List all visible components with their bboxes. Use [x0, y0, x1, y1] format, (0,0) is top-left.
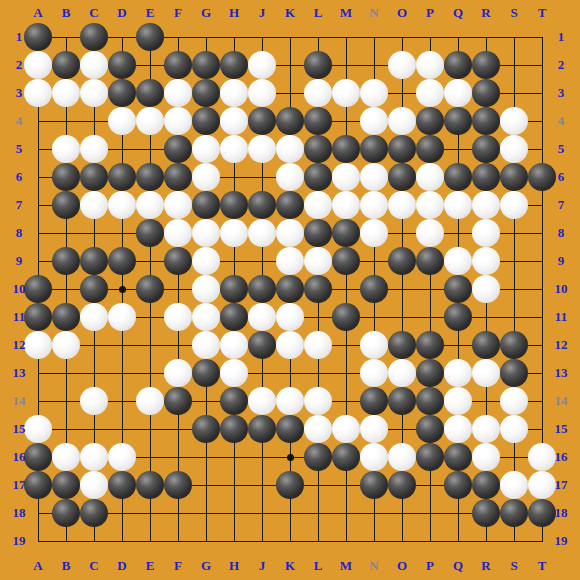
intersection-K8[interactable]	[276, 219, 304, 247]
intersection-P6[interactable]	[416, 163, 444, 191]
intersection-P4[interactable]	[416, 107, 444, 135]
intersection-E14[interactable]	[136, 387, 164, 415]
intersection-H11[interactable]	[220, 303, 248, 331]
intersection-E13[interactable]	[136, 359, 164, 387]
intersection-S7[interactable]	[500, 191, 528, 219]
intersection-L16[interactable]	[304, 443, 332, 471]
intersection-D5[interactable]	[108, 135, 136, 163]
intersection-P5[interactable]	[416, 135, 444, 163]
intersection-Q14[interactable]	[444, 387, 472, 415]
intersection-K18[interactable]	[276, 499, 304, 527]
intersection-R8[interactable]	[472, 219, 500, 247]
intersection-N19[interactable]	[360, 527, 388, 555]
intersection-F5[interactable]	[164, 135, 192, 163]
intersection-N2[interactable]	[360, 51, 388, 79]
intersection-M11[interactable]	[332, 303, 360, 331]
intersection-P2[interactable]	[416, 51, 444, 79]
intersection-R18[interactable]	[472, 499, 500, 527]
intersection-C6[interactable]	[80, 163, 108, 191]
intersection-D10[interactable]	[108, 275, 136, 303]
intersection-J15[interactable]	[248, 415, 276, 443]
intersection-E17[interactable]	[136, 471, 164, 499]
intersection-P18[interactable]	[416, 499, 444, 527]
intersection-N11[interactable]	[360, 303, 388, 331]
intersection-K4[interactable]	[276, 107, 304, 135]
intersection-J18[interactable]	[248, 499, 276, 527]
intersection-L3[interactable]	[304, 79, 332, 107]
intersection-O19[interactable]	[388, 527, 416, 555]
intersection-E11[interactable]	[136, 303, 164, 331]
intersection-D1[interactable]	[108, 23, 136, 51]
intersection-C11[interactable]	[80, 303, 108, 331]
intersection-E8[interactable]	[136, 219, 164, 247]
intersection-K3[interactable]	[276, 79, 304, 107]
intersection-G12[interactable]	[192, 331, 220, 359]
intersection-S12[interactable]	[500, 331, 528, 359]
intersection-L15[interactable]	[304, 415, 332, 443]
intersection-N16[interactable]	[360, 443, 388, 471]
intersection-H9[interactable]	[220, 247, 248, 275]
intersection-D9[interactable]	[108, 247, 136, 275]
intersection-B16[interactable]	[52, 443, 80, 471]
intersection-C3[interactable]	[80, 79, 108, 107]
intersection-E3[interactable]	[136, 79, 164, 107]
intersection-B18[interactable]	[52, 499, 80, 527]
intersection-O9[interactable]	[388, 247, 416, 275]
intersection-S19[interactable]	[500, 527, 528, 555]
intersection-R2[interactable]	[472, 51, 500, 79]
intersection-F10[interactable]	[164, 275, 192, 303]
intersection-H8[interactable]	[220, 219, 248, 247]
intersection-O16[interactable]	[388, 443, 416, 471]
intersection-Q7[interactable]	[444, 191, 472, 219]
intersection-O17[interactable]	[388, 471, 416, 499]
intersection-O15[interactable]	[388, 415, 416, 443]
intersection-R10[interactable]	[472, 275, 500, 303]
intersection-H1[interactable]	[220, 23, 248, 51]
intersection-O11[interactable]	[388, 303, 416, 331]
intersection-F8[interactable]	[164, 219, 192, 247]
intersection-F2[interactable]	[164, 51, 192, 79]
intersection-R4[interactable]	[472, 107, 500, 135]
intersection-S1[interactable]	[500, 23, 528, 51]
intersection-P1[interactable]	[416, 23, 444, 51]
intersection-E15[interactable]	[136, 415, 164, 443]
intersection-C15[interactable]	[80, 415, 108, 443]
intersection-Q16[interactable]	[444, 443, 472, 471]
intersection-G13[interactable]	[192, 359, 220, 387]
intersection-M5[interactable]	[332, 135, 360, 163]
intersection-L13[interactable]	[304, 359, 332, 387]
intersection-S2[interactable]	[500, 51, 528, 79]
intersection-S4[interactable]	[500, 107, 528, 135]
intersection-S13[interactable]	[500, 359, 528, 387]
intersection-N17[interactable]	[360, 471, 388, 499]
intersection-R7[interactable]	[472, 191, 500, 219]
intersection-D12[interactable]	[108, 331, 136, 359]
intersection-R9[interactable]	[472, 247, 500, 275]
intersection-L14[interactable]	[304, 387, 332, 415]
intersection-L8[interactable]	[304, 219, 332, 247]
intersection-H10[interactable]	[220, 275, 248, 303]
intersection-E2[interactable]	[136, 51, 164, 79]
intersection-J10[interactable]	[248, 275, 276, 303]
intersection-J1[interactable]	[248, 23, 276, 51]
intersection-J9[interactable]	[248, 247, 276, 275]
intersection-E10[interactable]	[136, 275, 164, 303]
intersection-F6[interactable]	[164, 163, 192, 191]
intersection-E16[interactable]	[136, 443, 164, 471]
intersection-F13[interactable]	[164, 359, 192, 387]
intersection-H2[interactable]	[220, 51, 248, 79]
intersection-S8[interactable]	[500, 219, 528, 247]
intersection-Q3[interactable]	[444, 79, 472, 107]
intersection-G5[interactable]	[192, 135, 220, 163]
intersection-D3[interactable]	[108, 79, 136, 107]
intersection-N5[interactable]	[360, 135, 388, 163]
intersection-Q10[interactable]	[444, 275, 472, 303]
intersection-R17[interactable]	[472, 471, 500, 499]
intersection-J7[interactable]	[248, 191, 276, 219]
intersection-M7[interactable]	[332, 191, 360, 219]
intersection-C4[interactable]	[80, 107, 108, 135]
intersection-D18[interactable]	[108, 499, 136, 527]
intersection-M8[interactable]	[332, 219, 360, 247]
intersection-G7[interactable]	[192, 191, 220, 219]
intersection-K9[interactable]	[276, 247, 304, 275]
intersection-N3[interactable]	[360, 79, 388, 107]
intersection-O1[interactable]	[388, 23, 416, 51]
intersection-L10[interactable]	[304, 275, 332, 303]
intersection-L2[interactable]	[304, 51, 332, 79]
intersection-P10[interactable]	[416, 275, 444, 303]
intersection-S16[interactable]	[500, 443, 528, 471]
intersection-K15[interactable]	[276, 415, 304, 443]
intersection-Q11[interactable]	[444, 303, 472, 331]
intersection-L5[interactable]	[304, 135, 332, 163]
intersection-O5[interactable]	[388, 135, 416, 163]
intersection-C8[interactable]	[80, 219, 108, 247]
intersection-O3[interactable]	[388, 79, 416, 107]
intersection-J11[interactable]	[248, 303, 276, 331]
intersection-S15[interactable]	[500, 415, 528, 443]
intersection-R11[interactable]	[472, 303, 500, 331]
intersection-B9[interactable]	[52, 247, 80, 275]
intersection-H16[interactable]	[220, 443, 248, 471]
intersection-N1[interactable]	[360, 23, 388, 51]
intersection-F17[interactable]	[164, 471, 192, 499]
intersection-M3[interactable]	[332, 79, 360, 107]
intersection-D15[interactable]	[108, 415, 136, 443]
intersection-N18[interactable]	[360, 499, 388, 527]
intersection-E4[interactable]	[136, 107, 164, 135]
intersection-H6[interactable]	[220, 163, 248, 191]
intersection-S3[interactable]	[500, 79, 528, 107]
intersection-N8[interactable]	[360, 219, 388, 247]
intersection-F14[interactable]	[164, 387, 192, 415]
intersection-D14[interactable]	[108, 387, 136, 415]
intersection-K13[interactable]	[276, 359, 304, 387]
intersection-Q4[interactable]	[444, 107, 472, 135]
intersection-L1[interactable]	[304, 23, 332, 51]
intersection-B11[interactable]	[52, 303, 80, 331]
intersection-H7[interactable]	[220, 191, 248, 219]
intersection-J12[interactable]	[248, 331, 276, 359]
intersection-C16[interactable]	[80, 443, 108, 471]
intersection-C9[interactable]	[80, 247, 108, 275]
intersection-G3[interactable]	[192, 79, 220, 107]
intersection-M15[interactable]	[332, 415, 360, 443]
intersection-F1[interactable]	[164, 23, 192, 51]
intersection-S9[interactable]	[500, 247, 528, 275]
intersection-Q19[interactable]	[444, 527, 472, 555]
intersection-H13[interactable]	[220, 359, 248, 387]
intersection-L17[interactable]	[304, 471, 332, 499]
intersection-J16[interactable]	[248, 443, 276, 471]
intersection-G6[interactable]	[192, 163, 220, 191]
intersection-O13[interactable]	[388, 359, 416, 387]
intersection-B7[interactable]	[52, 191, 80, 219]
intersection-K6[interactable]	[276, 163, 304, 191]
intersection-F4[interactable]	[164, 107, 192, 135]
intersection-P8[interactable]	[416, 219, 444, 247]
intersection-C12[interactable]	[80, 331, 108, 359]
intersection-F3[interactable]	[164, 79, 192, 107]
intersection-E9[interactable]	[136, 247, 164, 275]
intersection-Q1[interactable]	[444, 23, 472, 51]
intersection-H17[interactable]	[220, 471, 248, 499]
intersection-C13[interactable]	[80, 359, 108, 387]
intersection-Q13[interactable]	[444, 359, 472, 387]
intersection-M13[interactable]	[332, 359, 360, 387]
intersection-B10[interactable]	[52, 275, 80, 303]
intersection-D8[interactable]	[108, 219, 136, 247]
intersection-Q17[interactable]	[444, 471, 472, 499]
intersection-Q2[interactable]	[444, 51, 472, 79]
intersection-B6[interactable]	[52, 163, 80, 191]
intersection-E7[interactable]	[136, 191, 164, 219]
intersection-P9[interactable]	[416, 247, 444, 275]
intersection-L18[interactable]	[304, 499, 332, 527]
intersection-H4[interactable]	[220, 107, 248, 135]
intersection-D2[interactable]	[108, 51, 136, 79]
intersection-E12[interactable]	[136, 331, 164, 359]
intersection-J13[interactable]	[248, 359, 276, 387]
intersection-L11[interactable]	[304, 303, 332, 331]
intersection-O6[interactable]	[388, 163, 416, 191]
intersection-O18[interactable]	[388, 499, 416, 527]
intersection-G17[interactable]	[192, 471, 220, 499]
intersection-B3[interactable]	[52, 79, 80, 107]
intersection-G1[interactable]	[192, 23, 220, 51]
intersection-F9[interactable]	[164, 247, 192, 275]
intersection-D17[interactable]	[108, 471, 136, 499]
intersection-M2[interactable]	[332, 51, 360, 79]
intersection-B12[interactable]	[52, 331, 80, 359]
intersection-K16[interactable]	[276, 443, 304, 471]
intersection-K2[interactable]	[276, 51, 304, 79]
intersection-E1[interactable]	[136, 23, 164, 51]
intersection-O4[interactable]	[388, 107, 416, 135]
intersection-N10[interactable]	[360, 275, 388, 303]
intersection-C7[interactable]	[80, 191, 108, 219]
intersection-K10[interactable]	[276, 275, 304, 303]
intersection-Q5[interactable]	[444, 135, 472, 163]
intersection-M10[interactable]	[332, 275, 360, 303]
intersection-P17[interactable]	[416, 471, 444, 499]
intersection-C5[interactable]	[80, 135, 108, 163]
intersection-Q15[interactable]	[444, 415, 472, 443]
intersection-K14[interactable]	[276, 387, 304, 415]
intersection-M9[interactable]	[332, 247, 360, 275]
intersection-M4[interactable]	[332, 107, 360, 135]
intersection-G2[interactable]	[192, 51, 220, 79]
intersection-B13[interactable]	[52, 359, 80, 387]
intersection-J8[interactable]	[248, 219, 276, 247]
intersection-R3[interactable]	[472, 79, 500, 107]
intersection-M17[interactable]	[332, 471, 360, 499]
intersection-C17[interactable]	[80, 471, 108, 499]
intersection-F15[interactable]	[164, 415, 192, 443]
intersection-P12[interactable]	[416, 331, 444, 359]
intersection-D4[interactable]	[108, 107, 136, 135]
intersection-E5[interactable]	[136, 135, 164, 163]
intersection-D7[interactable]	[108, 191, 136, 219]
intersection-Q8[interactable]	[444, 219, 472, 247]
intersection-J6[interactable]	[248, 163, 276, 191]
intersection-F7[interactable]	[164, 191, 192, 219]
intersection-L7[interactable]	[304, 191, 332, 219]
intersection-C14[interactable]	[80, 387, 108, 415]
intersection-E19[interactable]	[136, 527, 164, 555]
intersection-O10[interactable]	[388, 275, 416, 303]
intersection-H19[interactable]	[220, 527, 248, 555]
intersection-D11[interactable]	[108, 303, 136, 331]
intersection-E6[interactable]	[136, 163, 164, 191]
intersection-D16[interactable]	[108, 443, 136, 471]
intersection-P7[interactable]	[416, 191, 444, 219]
intersection-O14[interactable]	[388, 387, 416, 415]
intersection-S6[interactable]	[500, 163, 528, 191]
intersection-M16[interactable]	[332, 443, 360, 471]
intersection-H15[interactable]	[220, 415, 248, 443]
intersection-F12[interactable]	[164, 331, 192, 359]
intersection-H14[interactable]	[220, 387, 248, 415]
intersection-R5[interactable]	[472, 135, 500, 163]
intersection-S18[interactable]	[500, 499, 528, 527]
intersection-H12[interactable]	[220, 331, 248, 359]
intersection-R16[interactable]	[472, 443, 500, 471]
intersection-S10[interactable]	[500, 275, 528, 303]
intersection-D6[interactable]	[108, 163, 136, 191]
intersection-G8[interactable]	[192, 219, 220, 247]
intersection-S17[interactable]	[500, 471, 528, 499]
intersection-J3[interactable]	[248, 79, 276, 107]
intersection-G11[interactable]	[192, 303, 220, 331]
intersection-K5[interactable]	[276, 135, 304, 163]
intersection-P3[interactable]	[416, 79, 444, 107]
intersection-G9[interactable]	[192, 247, 220, 275]
intersection-M18[interactable]	[332, 499, 360, 527]
intersection-O8[interactable]	[388, 219, 416, 247]
intersection-N4[interactable]	[360, 107, 388, 135]
intersection-R6[interactable]	[472, 163, 500, 191]
intersection-N15[interactable]	[360, 415, 388, 443]
intersection-J14[interactable]	[248, 387, 276, 415]
intersection-R12[interactable]	[472, 331, 500, 359]
intersection-R13[interactable]	[472, 359, 500, 387]
intersection-N7[interactable]	[360, 191, 388, 219]
intersection-M6[interactable]	[332, 163, 360, 191]
intersection-P15[interactable]	[416, 415, 444, 443]
intersection-L12[interactable]	[304, 331, 332, 359]
intersection-L4[interactable]	[304, 107, 332, 135]
intersection-K19[interactable]	[276, 527, 304, 555]
intersection-P11[interactable]	[416, 303, 444, 331]
intersection-E18[interactable]	[136, 499, 164, 527]
intersection-L19[interactable]	[304, 527, 332, 555]
intersection-F16[interactable]	[164, 443, 192, 471]
intersection-S5[interactable]	[500, 135, 528, 163]
intersection-O7[interactable]	[388, 191, 416, 219]
intersection-C10[interactable]	[80, 275, 108, 303]
intersection-L9[interactable]	[304, 247, 332, 275]
intersection-K1[interactable]	[276, 23, 304, 51]
intersection-B1[interactable]	[52, 23, 80, 51]
intersection-G10[interactable]	[192, 275, 220, 303]
intersection-M1[interactable]	[332, 23, 360, 51]
intersection-J19[interactable]	[248, 527, 276, 555]
intersection-C18[interactable]	[80, 499, 108, 527]
intersection-B2[interactable]	[52, 51, 80, 79]
intersection-P14[interactable]	[416, 387, 444, 415]
intersection-Q18[interactable]	[444, 499, 472, 527]
intersection-H5[interactable]	[220, 135, 248, 163]
intersection-N6[interactable]	[360, 163, 388, 191]
intersection-R14[interactable]	[472, 387, 500, 415]
intersection-F19[interactable]	[164, 527, 192, 555]
intersection-H3[interactable]	[220, 79, 248, 107]
intersection-P16[interactable]	[416, 443, 444, 471]
intersection-R19[interactable]	[472, 527, 500, 555]
intersection-M12[interactable]	[332, 331, 360, 359]
intersection-N9[interactable]	[360, 247, 388, 275]
intersection-S11[interactable]	[500, 303, 528, 331]
intersection-B17[interactable]	[52, 471, 80, 499]
intersection-Q12[interactable]	[444, 331, 472, 359]
intersection-P19[interactable]	[416, 527, 444, 555]
intersection-Q6[interactable]	[444, 163, 472, 191]
intersection-J5[interactable]	[248, 135, 276, 163]
intersection-B4[interactable]	[52, 107, 80, 135]
intersection-B5[interactable]	[52, 135, 80, 163]
intersection-C1[interactable]	[80, 23, 108, 51]
intersection-G14[interactable]	[192, 387, 220, 415]
intersection-J17[interactable]	[248, 471, 276, 499]
intersection-K7[interactable]	[276, 191, 304, 219]
intersection-G4[interactable]	[192, 107, 220, 135]
intersection-H18[interactable]	[220, 499, 248, 527]
intersection-O2[interactable]	[388, 51, 416, 79]
intersection-B14[interactable]	[52, 387, 80, 415]
intersection-N12[interactable]	[360, 331, 388, 359]
intersection-B15[interactable]	[52, 415, 80, 443]
intersection-G18[interactable]	[192, 499, 220, 527]
intersection-O12[interactable]	[388, 331, 416, 359]
intersection-F11[interactable]	[164, 303, 192, 331]
intersection-R1[interactable]	[472, 23, 500, 51]
intersection-M19[interactable]	[332, 527, 360, 555]
